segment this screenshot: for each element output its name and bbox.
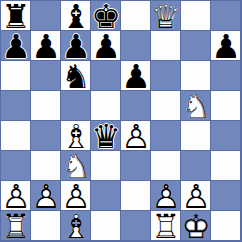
chess-board: ♜♝♚♛♕♟♟♟♟♟♞♟♞♘♝♗♛♟♙♞♘♟♙♟♙♟♙♟♙♟♙♜♖♝♗♜♖♚♔ (0, 0, 242, 242)
square-g8[interactable] (181, 1, 211, 31)
square-b4[interactable] (31, 121, 61, 151)
square-h4[interactable] (211, 121, 241, 151)
square-e2[interactable] (121, 181, 151, 211)
square-f8[interactable]: ♛♕ (151, 1, 181, 31)
square-b6[interactable] (31, 61, 61, 91)
piece-black-queen[interactable]: ♛ (91, 121, 121, 151)
piece-black-pawn[interactable]: ♟ (121, 61, 151, 91)
white-piece-outline-glyph: ♔ (181, 211, 211, 241)
piece-black-pawn[interactable]: ♟ (31, 31, 61, 61)
square-a1[interactable]: ♜♖ (1, 211, 31, 241)
white-piece-outline-glyph: ♕ (151, 1, 181, 31)
square-e6[interactable]: ♟ (121, 61, 151, 91)
piece-white-rook[interactable]: ♜♖ (151, 211, 181, 241)
square-b7[interactable]: ♟ (31, 31, 61, 61)
black-piece-glyph: ♛ (91, 121, 121, 151)
square-e8[interactable] (121, 1, 151, 31)
square-h5[interactable] (211, 91, 241, 121)
white-piece-outline-glyph: ♖ (1, 211, 31, 241)
piece-black-pawn[interactable]: ♟ (211, 31, 241, 61)
square-d7[interactable]: ♟ (91, 31, 121, 61)
square-f7[interactable] (151, 31, 181, 61)
black-piece-glyph: ♞ (61, 61, 91, 91)
square-f6[interactable] (151, 61, 181, 91)
square-e1[interactable] (121, 211, 151, 241)
square-a5[interactable] (1, 91, 31, 121)
piece-white-pawn[interactable]: ♟♙ (31, 181, 61, 211)
black-piece-glyph: ♟ (121, 61, 151, 91)
square-g1[interactable]: ♚♔ (181, 211, 211, 241)
black-piece-glyph: ♟ (1, 31, 31, 61)
white-piece-outline-glyph: ♗ (61, 211, 91, 241)
square-d1[interactable] (91, 211, 121, 241)
piece-white-bishop[interactable]: ♝♗ (61, 211, 91, 241)
square-h6[interactable] (211, 61, 241, 91)
square-g5[interactable]: ♞♘ (181, 91, 211, 121)
black-piece-glyph: ♟ (211, 31, 241, 61)
piece-black-knight[interactable]: ♞ (61, 61, 91, 91)
piece-black-pawn[interactable]: ♟ (91, 31, 121, 61)
square-f1[interactable]: ♜♖ (151, 211, 181, 241)
square-b1[interactable] (31, 211, 61, 241)
square-h7[interactable]: ♟ (211, 31, 241, 61)
square-d3[interactable] (91, 151, 121, 181)
square-e4[interactable]: ♟♙ (121, 121, 151, 151)
black-piece-glyph: ♟ (91, 31, 121, 61)
square-a4[interactable] (1, 121, 31, 151)
white-piece-outline-glyph: ♘ (181, 91, 211, 121)
piece-black-pawn[interactable]: ♟ (1, 31, 31, 61)
square-f5[interactable] (151, 91, 181, 121)
piece-white-king[interactable]: ♚♔ (181, 211, 211, 241)
square-f4[interactable] (151, 121, 181, 151)
white-piece-outline-glyph: ♙ (121, 121, 151, 151)
square-h2[interactable] (211, 181, 241, 211)
square-d4[interactable]: ♛ (91, 121, 121, 151)
piece-white-queen[interactable]: ♛♕ (151, 1, 181, 31)
square-b5[interactable] (31, 91, 61, 121)
piece-white-knight[interactable]: ♞♘ (181, 91, 211, 121)
square-d6[interactable] (91, 61, 121, 91)
square-e3[interactable] (121, 151, 151, 181)
square-d2[interactable] (91, 181, 121, 211)
square-a7[interactable]: ♟ (1, 31, 31, 61)
square-g4[interactable] (181, 121, 211, 151)
square-c1[interactable]: ♝♗ (61, 211, 91, 241)
white-piece-outline-glyph: ♖ (151, 211, 181, 241)
piece-white-rook[interactable]: ♜♖ (1, 211, 31, 241)
square-h3[interactable] (211, 151, 241, 181)
square-h1[interactable] (211, 211, 241, 241)
black-piece-glyph: ♟ (31, 31, 61, 61)
white-piece-outline-glyph: ♙ (31, 181, 61, 211)
piece-white-pawn[interactable]: ♟♙ (121, 121, 151, 151)
square-c6[interactable]: ♞ (61, 61, 91, 91)
square-a6[interactable] (1, 61, 31, 91)
square-b2[interactable]: ♟♙ (31, 181, 61, 211)
square-g7[interactable] (181, 31, 211, 61)
